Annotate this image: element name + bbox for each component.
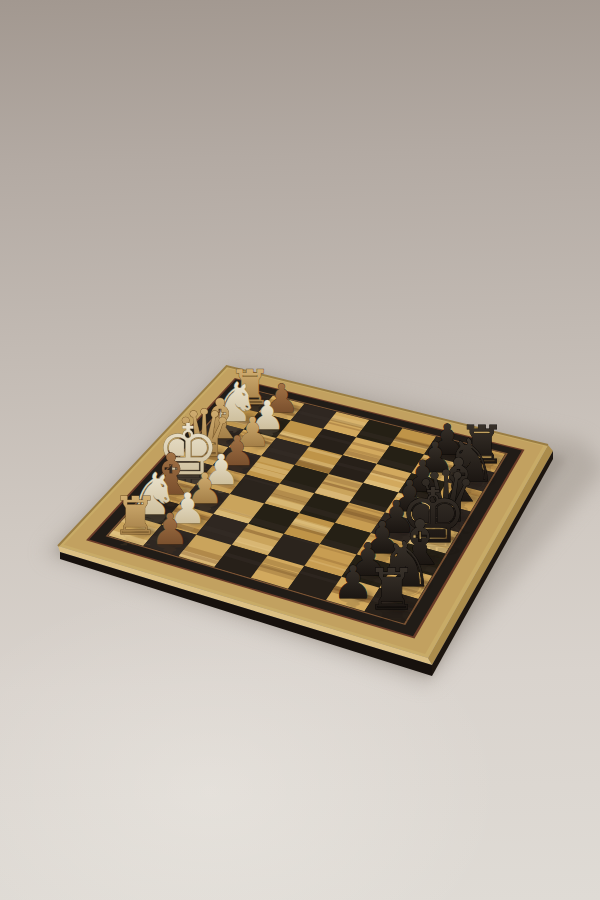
piece-black-rook-h8[interactable]: ♜ (366, 556, 417, 622)
chess-board: ♜♟♞♟♝♟♟♛♜♟♟♚♞♟♟♝♝♟♟♞♛♟♟♜♚♟♟♝♟♞♟♜♜♟♞♟♝♟♟♛… (0, 0, 600, 900)
piece-white-pawn-h2[interactable]: ♟ (151, 504, 189, 554)
